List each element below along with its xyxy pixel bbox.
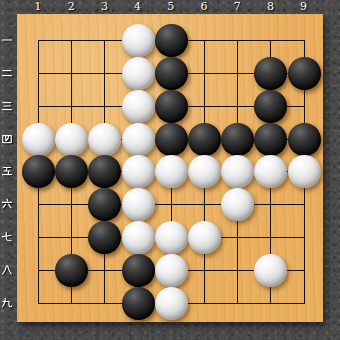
white-stone[interactable] [122,188,155,221]
white-stone[interactable] [221,155,254,188]
white-stone[interactable] [254,254,287,287]
white-stone[interactable] [122,221,155,254]
white-stone[interactable] [22,123,55,156]
white-stone[interactable] [188,155,221,188]
white-stone[interactable] [122,24,155,57]
white-stone[interactable] [122,155,155,188]
black-stone[interactable] [188,123,221,156]
black-stone[interactable] [254,57,287,90]
black-stone[interactable] [155,90,188,123]
white-stone[interactable] [122,57,155,90]
white-stone[interactable] [221,188,254,221]
black-stone[interactable] [88,221,121,254]
black-stone[interactable] [55,254,88,287]
black-stone[interactable] [254,90,287,123]
row-label-9 [0,296,14,309]
black-stone[interactable] [22,155,55,188]
black-stone[interactable] [155,24,188,57]
white-stone[interactable] [122,90,155,123]
white-stone[interactable] [254,155,287,188]
column-label-8: 8 [263,0,277,13]
black-stone[interactable] [88,188,121,221]
white-stone[interactable] [288,155,321,188]
column-label-6: 6 [197,0,211,13]
white-stone[interactable] [155,287,188,320]
row-label-1 [0,34,14,47]
row-label-3 [0,99,14,112]
column-label-7: 7 [230,0,244,13]
column-label-5: 5 [164,0,178,13]
column-label-4: 4 [131,0,145,13]
go-board[interactable] [17,14,323,322]
black-stone[interactable] [221,123,254,156]
row-label-5 [0,165,14,178]
white-stone[interactable] [188,221,221,254]
column-label-1: 1 [31,0,45,13]
row-label-2 [0,66,14,79]
row-label-8 [0,263,14,276]
row-label-6 [0,198,14,211]
black-stone[interactable] [122,287,155,320]
black-stone[interactable] [88,155,121,188]
black-stone[interactable] [155,57,188,90]
row-label-7 [0,231,14,244]
white-stone[interactable] [155,221,188,254]
grid-line-horizontal [38,204,305,205]
white-stone[interactable] [55,123,88,156]
black-stone[interactable] [122,254,155,287]
column-label-3: 3 [97,0,111,13]
white-stone[interactable] [155,155,188,188]
column-label-9: 9 [297,0,311,13]
black-stone[interactable] [288,57,321,90]
black-stone[interactable] [155,123,188,156]
row-label-4 [0,132,14,145]
white-stone[interactable] [88,123,121,156]
white-stone[interactable] [155,254,188,287]
column-label-2: 2 [64,0,78,13]
black-stone[interactable] [288,123,321,156]
black-stone[interactable] [55,155,88,188]
black-stone[interactable] [254,123,287,156]
white-stone[interactable] [122,123,155,156]
go-board-diagram: 123456789 [0,0,340,340]
